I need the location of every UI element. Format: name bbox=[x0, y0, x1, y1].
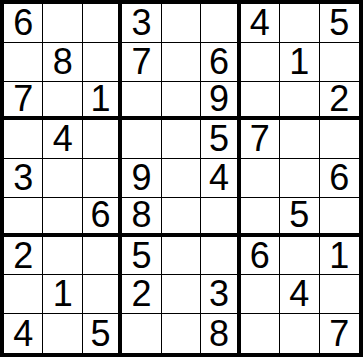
cell-r5c4[interactable]: 9 bbox=[122, 159, 161, 198]
given-digit: 7 bbox=[132, 44, 152, 80]
given-digit: 1 bbox=[329, 238, 349, 274]
cell-r5c2[interactable] bbox=[43, 159, 82, 198]
cell-r7c7[interactable]: 6 bbox=[241, 237, 280, 276]
cell-r5c1[interactable]: 3 bbox=[4, 159, 43, 198]
cell-r2c4[interactable]: 7 bbox=[122, 43, 161, 82]
cell-r5c7[interactable] bbox=[241, 159, 280, 198]
cell-r1c1[interactable]: 6 bbox=[4, 4, 43, 43]
cell-r5c3[interactable] bbox=[83, 159, 122, 198]
cell-r4c3[interactable] bbox=[83, 120, 122, 159]
cell-r7c5[interactable] bbox=[162, 237, 201, 276]
cell-r8c7[interactable] bbox=[241, 275, 280, 314]
cell-r9c1[interactable]: 4 bbox=[4, 314, 43, 353]
cell-r1c9[interactable]: 5 bbox=[320, 4, 359, 43]
given-digit: 5 bbox=[329, 5, 349, 41]
cell-r9c4[interactable] bbox=[122, 314, 161, 353]
given-digit: 4 bbox=[53, 121, 73, 157]
cell-r3c9[interactable]: 2 bbox=[320, 82, 359, 121]
given-digit: 4 bbox=[289, 276, 309, 312]
cell-r9c6[interactable]: 8 bbox=[201, 314, 240, 353]
given-digit: 3 bbox=[209, 276, 229, 312]
cell-r1c3[interactable] bbox=[83, 4, 122, 43]
cell-r3c6[interactable]: 9 bbox=[201, 82, 240, 121]
cell-r2c1[interactable] bbox=[4, 43, 43, 82]
cell-r1c7[interactable]: 4 bbox=[241, 4, 280, 43]
cell-r2c8[interactable]: 1 bbox=[280, 43, 319, 82]
cell-r6c9[interactable] bbox=[320, 198, 359, 237]
cell-r6c3[interactable]: 6 bbox=[83, 198, 122, 237]
cell-r5c5[interactable] bbox=[162, 159, 201, 198]
cell-r1c6[interactable] bbox=[201, 4, 240, 43]
cell-r1c4[interactable]: 3 bbox=[122, 4, 161, 43]
sudoku-puzzle: 6345876171924573946685256112344587 bbox=[0, 0, 363, 357]
cell-r9c5[interactable] bbox=[162, 314, 201, 353]
given-digit: 6 bbox=[13, 5, 33, 41]
cell-r6c7[interactable] bbox=[241, 198, 280, 237]
cell-r1c8[interactable] bbox=[280, 4, 319, 43]
cell-r8c5[interactable] bbox=[162, 275, 201, 314]
given-digit: 6 bbox=[91, 198, 111, 233]
cell-r2c2[interactable]: 8 bbox=[43, 43, 82, 82]
cell-r6c8[interactable]: 5 bbox=[280, 198, 319, 237]
cell-r2c3[interactable] bbox=[83, 43, 122, 82]
given-digit: 7 bbox=[250, 121, 270, 157]
cell-r8c1[interactable] bbox=[4, 275, 43, 314]
cell-r5c6[interactable]: 4 bbox=[201, 159, 240, 198]
cell-r7c8[interactable] bbox=[280, 237, 319, 276]
given-digit: 8 bbox=[209, 316, 229, 352]
given-digit: 4 bbox=[250, 5, 270, 41]
cell-r8c6[interactable]: 3 bbox=[201, 275, 240, 314]
cell-r9c3[interactable]: 5 bbox=[83, 314, 122, 353]
given-digit: 6 bbox=[250, 238, 270, 274]
given-digit: 2 bbox=[132, 276, 152, 312]
given-digit: 9 bbox=[209, 82, 229, 117]
cell-r8c3[interactable] bbox=[83, 275, 122, 314]
given-digit: 6 bbox=[209, 44, 229, 80]
cell-r7c2[interactable] bbox=[43, 237, 82, 276]
cell-r4c5[interactable] bbox=[162, 120, 201, 159]
cell-r3c7[interactable] bbox=[241, 82, 280, 121]
cell-r2c9[interactable] bbox=[320, 43, 359, 82]
cell-r6c6[interactable] bbox=[201, 198, 240, 237]
cell-r1c2[interactable] bbox=[43, 4, 82, 43]
cell-r3c5[interactable] bbox=[162, 82, 201, 121]
given-digit: 1 bbox=[53, 276, 73, 312]
given-digit: 7 bbox=[329, 316, 349, 352]
cell-r8c2[interactable]: 1 bbox=[43, 275, 82, 314]
cell-r9c2[interactable] bbox=[43, 314, 82, 353]
given-digit: 2 bbox=[329, 82, 349, 117]
cell-r8c4[interactable]: 2 bbox=[122, 275, 161, 314]
given-digit: 5 bbox=[289, 198, 309, 233]
cell-r4c4[interactable] bbox=[122, 120, 161, 159]
given-digit: 1 bbox=[289, 44, 309, 80]
cell-r4c8[interactable] bbox=[280, 120, 319, 159]
cell-r4c7[interactable]: 7 bbox=[241, 120, 280, 159]
given-digit: 1 bbox=[91, 82, 111, 117]
cell-r5c8[interactable] bbox=[280, 159, 319, 198]
cell-r3c4[interactable] bbox=[122, 82, 161, 121]
cell-r7c1[interactable]: 2 bbox=[4, 237, 43, 276]
given-digit: 9 bbox=[132, 160, 152, 196]
given-digit: 4 bbox=[13, 316, 33, 352]
cell-r9c7[interactable] bbox=[241, 314, 280, 353]
sudoku-board: 6345876171924573946685256112344587 bbox=[0, 0, 363, 357]
cell-r7c4[interactable]: 5 bbox=[122, 237, 161, 276]
given-digit: 8 bbox=[53, 44, 73, 80]
cell-r2c5[interactable] bbox=[162, 43, 201, 82]
given-digit: 3 bbox=[13, 160, 33, 196]
cell-r4c1[interactable] bbox=[4, 120, 43, 159]
cell-r6c5[interactable] bbox=[162, 198, 201, 237]
cell-r9c9[interactable]: 7 bbox=[320, 314, 359, 353]
given-digit: 2 bbox=[13, 238, 33, 274]
given-digit: 5 bbox=[91, 316, 111, 352]
cell-r3c8[interactable] bbox=[280, 82, 319, 121]
cell-r4c6[interactable]: 5 bbox=[201, 120, 240, 159]
cell-r2c6[interactable]: 6 bbox=[201, 43, 240, 82]
given-digit: 8 bbox=[132, 198, 152, 233]
given-digit: 5 bbox=[209, 121, 229, 157]
cell-r2c7[interactable] bbox=[241, 43, 280, 82]
cell-r6c4[interactable]: 8 bbox=[122, 198, 161, 237]
cell-r8c8[interactable]: 4 bbox=[280, 275, 319, 314]
cell-r7c6[interactable] bbox=[201, 237, 240, 276]
cell-r5c9[interactable]: 6 bbox=[320, 159, 359, 198]
given-digit: 7 bbox=[13, 82, 33, 117]
cell-r9c8[interactable] bbox=[280, 314, 319, 353]
cell-r6c2[interactable] bbox=[43, 198, 82, 237]
cell-r8c9[interactable] bbox=[320, 275, 359, 314]
cell-r3c2[interactable] bbox=[43, 82, 82, 121]
cell-r3c3[interactable]: 1 bbox=[83, 82, 122, 121]
given-digit: 5 bbox=[132, 238, 152, 274]
cell-r1c5[interactable] bbox=[162, 4, 201, 43]
cell-r7c9[interactable]: 1 bbox=[320, 237, 359, 276]
given-digit: 3 bbox=[132, 5, 152, 41]
given-digit: 4 bbox=[209, 160, 229, 196]
cell-r4c2[interactable]: 4 bbox=[43, 120, 82, 159]
cell-r4c9[interactable] bbox=[320, 120, 359, 159]
cell-r6c1[interactable] bbox=[4, 198, 43, 237]
cell-r3c1[interactable]: 7 bbox=[4, 82, 43, 121]
cell-r7c3[interactable] bbox=[83, 237, 122, 276]
given-digit: 6 bbox=[329, 160, 349, 196]
